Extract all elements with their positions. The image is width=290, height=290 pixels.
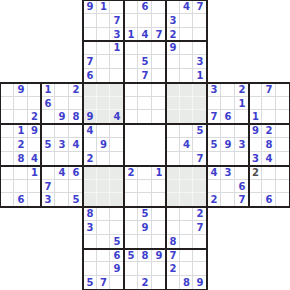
cell-r18-c13[interactable]: [180, 249, 193, 262]
cell-r9-c5[interactable]: [69, 124, 83, 138]
cell-r12-c4[interactable]: 4: [55, 166, 69, 180]
cell-r5-c7[interactable]: [97, 69, 110, 83]
cell-r11-c5[interactable]: [69, 152, 83, 166]
cell-r8-c5[interactable]: 8: [69, 110, 83, 124]
cell-r12-c12[interactable]: [166, 166, 180, 180]
cell-r0-c9[interactable]: [124, 0, 138, 14]
cell-r10-c15[interactable]: 5: [207, 138, 221, 152]
cell-r15-c6[interactable]: 8: [83, 207, 97, 221]
cell-r7-c9[interactable]: [124, 97, 138, 110]
cell-r6-c9[interactable]: [124, 83, 138, 97]
cell-r6-c1[interactable]: 9: [14, 83, 28, 97]
cell-r13-c1[interactable]: [14, 180, 28, 193]
cell-r4-c10[interactable]: 5: [138, 55, 152, 69]
cell-r6-c13[interactable]: [180, 83, 193, 97]
cell-r12-c8[interactable]: [110, 166, 124, 180]
cell-r9-c18[interactable]: 9: [249, 124, 262, 138]
cell-r12-c14[interactable]: [193, 166, 207, 180]
hole-cell: [152, 124, 166, 138]
cell-r10-c3[interactable]: 5: [41, 138, 55, 152]
cell-r9-c14[interactable]: 5: [193, 124, 207, 138]
box-border-line: [0, 82, 125, 84]
cell-r13-c10[interactable]: [138, 180, 152, 193]
cell-r17-c10[interactable]: [138, 235, 152, 249]
cell-r3-c9[interactable]: [124, 41, 138, 55]
cell-r11-c16[interactable]: [221, 152, 235, 166]
cell-r16-c10[interactable]: 9: [138, 221, 152, 235]
cell-r9-c12[interactable]: [166, 124, 180, 138]
cell-r11-c17[interactable]: [235, 152, 249, 166]
hole-cell: [138, 124, 152, 138]
cell-r16-c14[interactable]: 7: [193, 221, 207, 235]
cell-r0-c11[interactable]: [152, 0, 166, 14]
cell-r12-c15[interactable]: 4: [207, 166, 221, 180]
cell-r13-c5[interactable]: [69, 180, 83, 193]
cell-r7-c3[interactable]: 6: [41, 97, 55, 110]
box-border-line: [82, 165, 84, 290]
cell-r13-c6[interactable]: [83, 180, 97, 193]
cell-r20-c13[interactable]: 8: [180, 276, 193, 290]
box-border-line: [289, 82, 290, 208]
cell-r20-c11[interactable]: [152, 276, 166, 290]
cell-r7-c7[interactable]: [97, 97, 110, 110]
cell-r12-c7[interactable]: [97, 166, 110, 180]
cell-r6-c11[interactable]: [152, 83, 166, 97]
cell-r4-c14[interactable]: 3: [193, 55, 207, 69]
cell-r7-c5[interactable]: [69, 97, 83, 110]
cell-r18-c7[interactable]: [97, 249, 110, 262]
cell-r13-c13[interactable]: [180, 180, 193, 193]
cell-r14-c17[interactable]: 7: [235, 193, 249, 207]
cell-r10-c12[interactable]: [166, 138, 180, 152]
cell-r18-c11[interactable]: 9: [152, 249, 166, 262]
cell-r18-c6[interactable]: [83, 249, 97, 262]
cell-r13-c4[interactable]: [55, 180, 69, 193]
cell-r12-c10[interactable]: [138, 166, 152, 180]
cell-r13-c9[interactable]: [124, 180, 138, 193]
cell-r10-c8[interactable]: [110, 138, 124, 152]
cell-r7-c12[interactable]: [166, 97, 180, 110]
box-border-line: [123, 165, 125, 290]
cell-r17-c13[interactable]: [180, 235, 193, 249]
cell-r1-c13[interactable]: [180, 14, 193, 28]
cell-r10-c1[interactable]: 2: [14, 138, 28, 152]
cell-r20-c10[interactable]: 2: [138, 276, 152, 290]
cell-r6-c19[interactable]: 7: [262, 83, 276, 97]
cell-r3-c14[interactable]: [193, 41, 207, 55]
cell-r17-c7[interactable]: [97, 235, 110, 249]
cell-r8-c12[interactable]: [166, 110, 180, 124]
cell-r9-c16[interactable]: [221, 124, 235, 138]
cell-r17-c8[interactable]: 5: [110, 235, 124, 249]
cell-r0-c10[interactable]: 6: [138, 0, 152, 14]
cell-r11-c18[interactable]: 3: [249, 152, 262, 166]
cell-r10-c19[interactable]: 8: [262, 138, 276, 152]
cell-r9-c0[interactable]: [0, 124, 14, 138]
cell-r19-c6[interactable]: [83, 262, 97, 276]
box-border-line: [165, 123, 290, 125]
cell-r20-c6[interactable]: 5: [83, 276, 97, 290]
cell-r9-c15[interactable]: [207, 124, 221, 138]
cell-r3-c11[interactable]: [152, 41, 166, 55]
cell-r13-c7[interactable]: [97, 180, 110, 193]
cell-r15-c10[interactable]: 5: [138, 207, 152, 221]
cell-r10-c20[interactable]: [276, 138, 290, 152]
cell-r20-c12[interactable]: [166, 276, 180, 290]
cell-r14-c8[interactable]: [110, 193, 124, 207]
cell-r1-c10[interactable]: [138, 14, 152, 28]
cell-r18-c14[interactable]: [193, 249, 207, 262]
cell-r8-c14[interactable]: [193, 110, 207, 124]
box-border-line: [82, 0, 208, 1]
cell-r16-c12[interactable]: [166, 221, 180, 235]
cell-r19-c11[interactable]: [152, 262, 166, 276]
sudoku-board: 9164773314721975367191232761298947611945…: [0, 0, 290, 290]
cell-r10-c13[interactable]: 4: [180, 138, 193, 152]
cell-r11-c13[interactable]: [180, 152, 193, 166]
cell-r14-c4[interactable]: [55, 193, 69, 207]
cell-r20-c14[interactable]: 9: [193, 276, 207, 290]
cell-r0-c14[interactable]: 7: [193, 0, 207, 14]
cell-r3-c6[interactable]: [83, 41, 97, 55]
cell-r6-c7[interactable]: [97, 83, 110, 97]
cell-r4-c11[interactable]: [152, 55, 166, 69]
cell-r1-c12[interactable]: 3: [166, 14, 180, 28]
cell-r8-c20[interactable]: [276, 110, 290, 124]
cell-r0-c13[interactable]: 4: [180, 0, 193, 14]
cell-r11-c1[interactable]: 8: [14, 152, 28, 166]
cell-r20-c9[interactable]: [124, 276, 138, 290]
cell-r10-c5[interactable]: 4: [69, 138, 83, 152]
cell-r14-c5[interactable]: 5: [69, 193, 83, 207]
cell-r13-c19[interactable]: [262, 180, 276, 193]
cell-r11-c20[interactable]: [276, 152, 290, 166]
cell-r6-c5[interactable]: 2: [69, 83, 83, 97]
cell-r3-c12[interactable]: 9: [166, 41, 180, 55]
cell-r9-c8[interactable]: [110, 124, 124, 138]
cell-r4-c8[interactable]: [110, 55, 124, 69]
cell-r17-c12[interactable]: 8: [166, 235, 180, 249]
cell-r0-c12[interactable]: [166, 0, 180, 14]
box-border-line: [0, 123, 125, 125]
cell-r19-c10[interactable]: [138, 262, 152, 276]
cell-r9-c17[interactable]: [235, 124, 249, 138]
cell-r8-c0[interactable]: [0, 110, 14, 124]
cell-r13-c8[interactable]: [110, 180, 124, 193]
cell-r8-c18[interactable]: 1: [249, 110, 262, 124]
cell-r8-c6[interactable]: 9: [83, 110, 97, 124]
cell-r16-c6[interactable]: 3: [83, 221, 97, 235]
cell-r6-c14[interactable]: [193, 83, 207, 97]
cell-r0-c6[interactable]: 9: [83, 0, 97, 14]
cell-r16-c9[interactable]: [124, 221, 138, 235]
cell-r10-c16[interactable]: 9: [221, 138, 235, 152]
cell-r20-c8[interactable]: [110, 276, 124, 290]
cell-r15-c13[interactable]: [180, 207, 193, 221]
cell-r14-c15[interactable]: 2: [207, 193, 221, 207]
cell-r14-c1[interactable]: 6: [14, 193, 28, 207]
cell-r17-c9[interactable]: [124, 235, 138, 249]
cell-r16-c7[interactable]: [97, 221, 110, 235]
cell-r15-c9[interactable]: [124, 207, 138, 221]
cell-r19-c8[interactable]: 9: [110, 262, 124, 276]
cell-r11-c0[interactable]: [0, 152, 14, 166]
box-border-line: [82, 40, 208, 42]
cell-r17-c11[interactable]: [152, 235, 166, 249]
cell-r7-c13[interactable]: [180, 97, 193, 110]
cell-r11-c14[interactable]: 7: [193, 152, 207, 166]
cell-r5-c9[interactable]: [124, 69, 138, 83]
box-border-line: [165, 165, 167, 290]
cell-r12-c11[interactable]: 1: [152, 166, 166, 180]
cell-r18-c12[interactable]: 7: [166, 249, 180, 262]
cell-r7-c20[interactable]: [276, 97, 290, 110]
cell-r16-c8[interactable]: [110, 221, 124, 235]
box-border-line: [206, 165, 208, 290]
box-border-line: [82, 165, 208, 167]
cell-r20-c7[interactable]: 7: [97, 276, 110, 290]
cell-r6-c18[interactable]: [249, 83, 262, 97]
cell-r19-c7[interactable]: [97, 262, 110, 276]
cell-r6-c6[interactable]: [83, 83, 97, 97]
cell-r4-c7[interactable]: [97, 55, 110, 69]
cell-r3-c13[interactable]: [180, 41, 193, 55]
cell-r10-c18[interactable]: [249, 138, 262, 152]
cell-r19-c14[interactable]: [193, 262, 207, 276]
cell-r10-c7[interactable]: 9: [97, 138, 110, 152]
cell-r14-c18[interactable]: [249, 193, 262, 207]
cell-r14-c10[interactable]: [138, 193, 152, 207]
cell-r18-c10[interactable]: 8: [138, 249, 152, 262]
cell-r15-c7[interactable]: [97, 207, 110, 221]
cell-r7-c17[interactable]: 1: [235, 97, 249, 110]
cell-r6-c4[interactable]: [55, 83, 69, 97]
cell-r8-c8[interactable]: 4: [110, 110, 124, 124]
cell-r10-c0[interactable]: [0, 138, 14, 152]
cell-r13-c12[interactable]: [166, 180, 180, 193]
hole-cell: [152, 152, 166, 166]
cell-r19-c12[interactable]: 2: [166, 262, 180, 276]
cell-r7-c4[interactable]: [55, 97, 69, 110]
cell-r12-c5[interactable]: 6: [69, 166, 83, 180]
cell-r5-c10[interactable]: 7: [138, 69, 152, 83]
cell-r17-c14[interactable]: [193, 235, 207, 249]
cell-r8-c7[interactable]: [97, 110, 110, 124]
hole-cell: [138, 138, 152, 152]
cell-r6-c10[interactable]: [138, 83, 152, 97]
cell-r1-c11[interactable]: [152, 14, 166, 28]
cell-r12-c20[interactable]: [276, 166, 290, 180]
cell-r5-c14[interactable]: 1: [193, 69, 207, 83]
cell-r10-c6[interactable]: [83, 138, 97, 152]
cell-r3-c8[interactable]: 1: [110, 41, 124, 55]
cell-r7-c14[interactable]: [193, 97, 207, 110]
cell-r13-c3[interactable]: 7: [41, 180, 55, 193]
cell-r0-c7[interactable]: 1: [97, 0, 110, 14]
hole-cell: [124, 124, 138, 138]
cell-r11-c7[interactable]: [97, 152, 110, 166]
cell-r18-c9[interactable]: 5: [124, 249, 138, 262]
cell-r10-c4[interactable]: 3: [55, 138, 69, 152]
cell-r12-c1[interactable]: [14, 166, 28, 180]
cell-r8-c10[interactable]: [138, 110, 152, 124]
cell-r7-c1[interactable]: [14, 97, 28, 110]
cell-r1-c8[interactable]: 7: [110, 14, 124, 28]
box-border-line: [40, 82, 42, 208]
cell-r9-c13[interactable]: [180, 124, 193, 138]
cell-r5-c8[interactable]: [110, 69, 124, 83]
hole-cell: [138, 152, 152, 166]
cell-r1-c14[interactable]: [193, 14, 207, 28]
cell-r14-c19[interactable]: 6: [262, 193, 276, 207]
cell-r7-c10[interactable]: [138, 97, 152, 110]
cell-r6-c8[interactable]: [110, 83, 124, 97]
cell-r4-c13[interactable]: [180, 55, 193, 69]
cell-r12-c17[interactable]: [235, 166, 249, 180]
cell-r9-c19[interactable]: 2: [262, 124, 276, 138]
cell-r4-c9[interactable]: [124, 55, 138, 69]
cell-r7-c19[interactable]: [262, 97, 276, 110]
cell-r7-c18[interactable]: [249, 97, 262, 110]
cell-r19-c9[interactable]: [124, 262, 138, 276]
cell-r17-c6[interactable]: [83, 235, 97, 249]
cell-r12-c16[interactable]: 3: [221, 166, 235, 180]
cell-r19-c13[interactable]: [180, 262, 193, 276]
cell-r9-c4[interactable]: [55, 124, 69, 138]
cell-r11-c15[interactable]: [207, 152, 221, 166]
cell-r8-c13[interactable]: [180, 110, 193, 124]
cell-r14-c16[interactable]: [221, 193, 235, 207]
cell-r6-c17[interactable]: 2: [235, 83, 249, 97]
cell-r14-c11[interactable]: [152, 193, 166, 207]
cell-r6-c15[interactable]: 3: [207, 83, 221, 97]
cell-r13-c17[interactable]: 6: [235, 180, 249, 193]
cell-r9-c3[interactable]: [41, 124, 55, 138]
box-border-line: [82, 206, 208, 208]
cell-r10-c17[interactable]: 3: [235, 138, 249, 152]
cell-r3-c10[interactable]: [138, 41, 152, 55]
box-border-line: [0, 82, 1, 208]
cell-r7-c11[interactable]: [152, 97, 166, 110]
cell-r6-c16[interactable]: [221, 83, 235, 97]
cell-r9-c7[interactable]: [97, 124, 110, 138]
cell-r9-c1[interactable]: 1: [14, 124, 28, 138]
cell-r11-c6[interactable]: 2: [83, 152, 97, 166]
cell-r8-c17[interactable]: [235, 110, 249, 124]
cell-r14-c3[interactable]: 3: [41, 193, 55, 207]
cell-r13-c15[interactable]: [207, 180, 221, 193]
cell-r14-c20[interactable]: [276, 193, 290, 207]
cell-r15-c8[interactable]: [110, 207, 124, 221]
cell-r13-c20[interactable]: [276, 180, 290, 193]
cell-r18-c8[interactable]: 6: [110, 249, 124, 262]
cell-r8-c9[interactable]: [124, 110, 138, 124]
cell-r13-c0[interactable]: [0, 180, 14, 193]
cell-r7-c16[interactable]: [221, 97, 235, 110]
cell-r6-c20[interactable]: [276, 83, 290, 97]
cell-r12-c0[interactable]: [0, 166, 14, 180]
cell-r14-c0[interactable]: [0, 193, 14, 207]
cell-r7-c0[interactable]: [0, 97, 14, 110]
cell-r8-c4[interactable]: 9: [55, 110, 69, 124]
cell-r9-c20[interactable]: [276, 124, 290, 138]
cell-r7-c6[interactable]: [83, 97, 97, 110]
cell-r4-c12[interactable]: [166, 55, 180, 69]
cell-r15-c12[interactable]: [166, 207, 180, 221]
cell-r14-c14[interactable]: [193, 193, 207, 207]
cell-r13-c18[interactable]: [249, 180, 262, 193]
cell-r11-c3[interactable]: [41, 152, 55, 166]
cell-r1-c6[interactable]: [83, 14, 97, 28]
cell-r8-c19[interactable]: [262, 110, 276, 124]
cell-r8-c1[interactable]: [14, 110, 28, 124]
cell-r11-c19[interactable]: 4: [262, 152, 276, 166]
cell-r1-c7[interactable]: [97, 14, 110, 28]
cell-r11-c8[interactable]: [110, 152, 124, 166]
cell-r14-c9[interactable]: [124, 193, 138, 207]
cell-r12-c6[interactable]: [83, 166, 97, 180]
cell-r8-c15[interactable]: 7: [207, 110, 221, 124]
cell-r14-c6[interactable]: [83, 193, 97, 207]
cell-r4-c6[interactable]: 7: [83, 55, 97, 69]
cell-r5-c11[interactable]: [152, 69, 166, 83]
cell-r12-c18[interactable]: 2: [249, 166, 262, 180]
cell-r12-c19[interactable]: [262, 166, 276, 180]
cell-r10-c14[interactable]: [193, 138, 207, 152]
box-border-line: [82, 248, 208, 250]
cell-r3-c7[interactable]: [97, 41, 110, 55]
cell-r1-c9[interactable]: [124, 14, 138, 28]
cell-r7-c15[interactable]: [207, 97, 221, 110]
cell-r6-c12[interactable]: [166, 83, 180, 97]
hole-cell: [124, 152, 138, 166]
cell-r15-c11[interactable]: [152, 207, 166, 221]
cell-r0-c8[interactable]: [110, 0, 124, 14]
cell-r8-c3[interactable]: [41, 110, 55, 124]
cell-r13-c14[interactable]: [193, 180, 207, 193]
cell-r13-c11[interactable]: [152, 180, 166, 193]
cell-r16-c11[interactable]: [152, 221, 166, 235]
cell-r14-c12[interactable]: [166, 193, 180, 207]
cell-r12-c9[interactable]: 2: [124, 166, 138, 180]
cell-r15-c14[interactable]: 2: [193, 207, 207, 221]
box-border-line: [248, 82, 250, 208]
cell-r5-c6[interactable]: 6: [83, 69, 97, 83]
cell-r8-c16[interactable]: 6: [221, 110, 235, 124]
cell-r6-c0[interactable]: [0, 83, 14, 97]
cell-r7-c8[interactable]: [110, 97, 124, 110]
cell-r13-c16[interactable]: [221, 180, 235, 193]
hole-cell: [152, 138, 166, 152]
cell-r6-c3[interactable]: 1: [41, 83, 55, 97]
cell-r16-c13[interactable]: [180, 221, 193, 235]
cell-r12-c13[interactable]: [180, 166, 193, 180]
cell-r11-c4[interactable]: [55, 152, 69, 166]
cell-r5-c12[interactable]: [166, 69, 180, 83]
cell-r11-c12[interactable]: [166, 152, 180, 166]
cell-r14-c7[interactable]: [97, 193, 110, 207]
cell-r5-c13[interactable]: [180, 69, 193, 83]
cell-r12-c3[interactable]: [41, 166, 55, 180]
cell-r14-c13[interactable]: [180, 193, 193, 207]
hole-cell: [124, 138, 138, 152]
cell-r8-c11[interactable]: [152, 110, 166, 124]
box-border-line: [165, 82, 290, 84]
cell-r9-c6[interactable]: 4: [83, 124, 97, 138]
